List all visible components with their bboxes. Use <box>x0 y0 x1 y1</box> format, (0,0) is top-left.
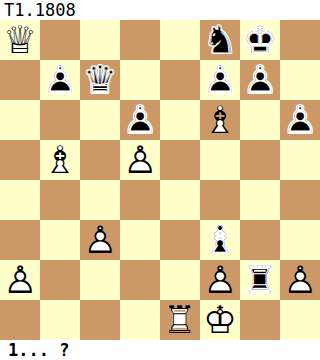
square-d8 <box>120 20 160 60</box>
square-b8 <box>40 20 80 60</box>
piece-black-pawn-f7: ♟♙ <box>200 60 240 100</box>
piece-black-knight-f8: ♞♘ <box>200 20 240 60</box>
square-d4 <box>120 180 160 220</box>
piece-black-queen-c7: ♛♕ <box>80 60 120 100</box>
square-c1 <box>80 300 120 340</box>
square-d6: ♟♙ <box>120 100 160 140</box>
square-h7 <box>280 60 320 100</box>
square-a1 <box>0 300 40 340</box>
square-d3 <box>120 220 160 260</box>
square-a7 <box>0 60 40 100</box>
piece-black-bishop-f3: ♝♗ <box>200 220 240 260</box>
square-d2 <box>120 260 160 300</box>
square-e5 <box>160 140 200 180</box>
piece-white-king-f1: ♚♔ <box>200 300 240 340</box>
square-g6 <box>240 100 280 140</box>
square-a6 <box>0 100 40 140</box>
square-h5 <box>280 140 320 180</box>
square-f7: ♟♙ <box>200 60 240 100</box>
piece-white-pawn-d5: ♟♙ <box>120 140 160 180</box>
square-b7: ♟♙ <box>40 60 80 100</box>
square-e4 <box>160 180 200 220</box>
square-f3: ♝♗ <box>200 220 240 260</box>
square-h4 <box>280 180 320 220</box>
square-h6: ♟♙ <box>280 100 320 140</box>
square-h8 <box>280 20 320 60</box>
diagram-title: T1.1808 <box>0 0 320 20</box>
piece-black-pawn-g7: ♟♙ <box>240 60 280 100</box>
square-g3 <box>240 220 280 260</box>
move-prompt: 1... ? <box>0 340 320 360</box>
piece-black-king-g8: ♚♔ <box>240 20 280 60</box>
square-a5 <box>0 140 40 180</box>
piece-white-rook-e1: ♜♖ <box>160 300 200 340</box>
square-c2 <box>80 260 120 300</box>
square-g7: ♟♙ <box>240 60 280 100</box>
piece-black-pawn-h6: ♟♙ <box>280 100 320 140</box>
piece-white-pawn-a2: ♟♙ <box>0 260 40 300</box>
piece-white-bishop-b5: ♝♗ <box>40 140 80 180</box>
square-h3 <box>280 220 320 260</box>
piece-white-pawn-h2: ♟♙ <box>280 260 320 300</box>
square-g1 <box>240 300 280 340</box>
square-f2: ♟♙ <box>200 260 240 300</box>
square-d7 <box>120 60 160 100</box>
square-e3 <box>160 220 200 260</box>
square-e8 <box>160 20 200 60</box>
piece-white-pawn-c3: ♟♙ <box>80 220 120 260</box>
square-b4 <box>40 180 80 220</box>
square-g5 <box>240 140 280 180</box>
square-e1: ♜♖ <box>160 300 200 340</box>
square-a2: ♟♙ <box>0 260 40 300</box>
piece-black-pawn-d6: ♟♙ <box>120 100 160 140</box>
piece-black-rook-g2: ♜♖ <box>240 260 280 300</box>
square-c4 <box>80 180 120 220</box>
square-h1 <box>280 300 320 340</box>
square-b5: ♝♗ <box>40 140 80 180</box>
square-e6 <box>160 100 200 140</box>
square-b6 <box>40 100 80 140</box>
square-f4 <box>200 180 240 220</box>
square-a3 <box>0 220 40 260</box>
square-b1 <box>40 300 80 340</box>
square-g2: ♜♖ <box>240 260 280 300</box>
square-c6 <box>80 100 120 140</box>
square-g4 <box>240 180 280 220</box>
square-h2: ♟♙ <box>280 260 320 300</box>
chess-board: ♛♕♞♘♚♔♟♙♛♕♟♙♟♙♟♙♝♗♟♙♝♗♟♙♟♙♝♗♟♙♟♙♜♖♟♙♜♖♚♔ <box>0 20 320 340</box>
square-g8: ♚♔ <box>240 20 280 60</box>
piece-white-queen-a8: ♛♕ <box>0 20 40 60</box>
square-e2 <box>160 260 200 300</box>
square-c7: ♛♕ <box>80 60 120 100</box>
square-f8: ♞♘ <box>200 20 240 60</box>
square-c5 <box>80 140 120 180</box>
square-c8 <box>80 20 120 60</box>
piece-white-pawn-f2: ♟♙ <box>200 260 240 300</box>
square-b2 <box>40 260 80 300</box>
piece-black-pawn-b7: ♟♙ <box>40 60 80 100</box>
square-f5 <box>200 140 240 180</box>
square-e7 <box>160 60 200 100</box>
square-a8: ♛♕ <box>0 20 40 60</box>
piece-white-bishop-f6: ♝♗ <box>200 100 240 140</box>
square-f6: ♝♗ <box>200 100 240 140</box>
square-d1 <box>120 300 160 340</box>
square-b3 <box>40 220 80 260</box>
square-a4 <box>0 180 40 220</box>
square-c3: ♟♙ <box>80 220 120 260</box>
square-d5: ♟♙ <box>120 140 160 180</box>
square-f1: ♚♔ <box>200 300 240 340</box>
